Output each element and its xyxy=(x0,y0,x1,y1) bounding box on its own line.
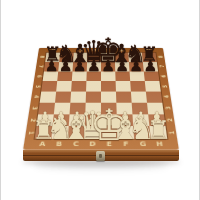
square-g8[interactable] xyxy=(128,53,143,62)
square-f5[interactable] xyxy=(116,81,131,91)
square-d5[interactable] xyxy=(86,81,101,91)
square-g4[interactable] xyxy=(131,92,147,103)
square-d3[interactable] xyxy=(85,102,101,114)
square-e1[interactable] xyxy=(101,126,118,139)
square-b2[interactable] xyxy=(53,114,70,126)
rank-label-right-5: 5 xyxy=(161,83,168,89)
square-b3[interactable] xyxy=(54,102,70,114)
square-a8[interactable] xyxy=(45,53,60,62)
square-f8[interactable] xyxy=(115,53,129,62)
square-h6[interactable] xyxy=(144,71,160,81)
square-g5[interactable] xyxy=(130,81,146,91)
square-f7[interactable] xyxy=(115,62,130,71)
square-d1[interactable] xyxy=(84,126,101,139)
square-h8[interactable] xyxy=(142,53,157,62)
square-b1[interactable] xyxy=(51,126,68,139)
square-d2[interactable] xyxy=(85,114,101,126)
file-label-h: H xyxy=(141,48,155,52)
square-b4[interactable] xyxy=(55,92,71,103)
square-f2[interactable] xyxy=(117,114,134,126)
square-e4[interactable] xyxy=(101,92,116,103)
square-g7[interactable] xyxy=(129,62,144,71)
rank-label-right-4: 4 xyxy=(163,94,170,101)
square-h7[interactable] xyxy=(143,62,158,71)
file-label-e: E xyxy=(101,141,118,148)
file-label-b: B xyxy=(60,48,74,52)
rank-label-left-6: 6 xyxy=(36,73,43,79)
file-label-e: E xyxy=(101,48,115,52)
square-e7[interactable] xyxy=(101,62,115,71)
file-label-c: C xyxy=(74,48,88,52)
square-d6[interactable] xyxy=(86,71,101,81)
square-d7[interactable] xyxy=(87,62,101,71)
rank-label-right-8: 8 xyxy=(157,54,163,60)
rank-label-left-8: 8 xyxy=(39,54,45,60)
square-h4[interactable] xyxy=(146,92,162,103)
square-h1[interactable] xyxy=(149,126,167,139)
square-b6[interactable] xyxy=(57,71,72,81)
square-f4[interactable] xyxy=(116,92,132,103)
square-c7[interactable] xyxy=(72,62,87,71)
rank-label-right-2: 2 xyxy=(166,116,173,123)
square-c8[interactable] xyxy=(73,53,87,62)
file-label-g: G xyxy=(134,141,151,148)
rank-label-left-5: 5 xyxy=(34,83,41,89)
rank-label-right-3: 3 xyxy=(164,105,171,112)
square-g1[interactable] xyxy=(133,126,150,139)
square-c2[interactable] xyxy=(69,114,86,126)
chessboard: ABCDEFGH ABCDEFGH 8877665544332211 xyxy=(23,48,179,150)
square-e2[interactable] xyxy=(101,114,117,126)
square-a7[interactable] xyxy=(44,62,59,71)
square-h5[interactable] xyxy=(145,81,161,91)
file-label-d: D xyxy=(87,48,101,52)
square-c6[interactable] xyxy=(72,71,87,81)
box-shadow-soft xyxy=(34,161,168,170)
square-c4[interactable] xyxy=(70,92,86,103)
square-h3[interactable] xyxy=(147,102,164,114)
square-a1[interactable] xyxy=(35,126,53,139)
photo-left-border-line xyxy=(0,0,1,200)
square-c1[interactable] xyxy=(68,126,85,139)
file-label-f: F xyxy=(114,48,128,52)
rank-label-right-6: 6 xyxy=(160,73,167,79)
square-g2[interactable] xyxy=(132,114,149,126)
square-d4[interactable] xyxy=(86,92,101,103)
square-b5[interactable] xyxy=(56,81,72,91)
rank-label-left-1: 1 xyxy=(27,129,35,137)
file-label-h: H xyxy=(151,141,169,148)
file-labels-front: ABCDEFGH xyxy=(33,139,168,150)
square-b8[interactable] xyxy=(59,53,74,62)
file-label-d: D xyxy=(84,141,101,148)
square-a3[interactable] xyxy=(38,102,55,114)
folding-box-front-panel xyxy=(23,150,179,161)
square-f3[interactable] xyxy=(116,102,132,114)
square-d8[interactable] xyxy=(87,53,101,62)
square-e5[interactable] xyxy=(101,81,116,91)
file-label-g: G xyxy=(128,48,142,52)
photo-right-border-line xyxy=(199,0,200,200)
square-a2[interactable] xyxy=(36,114,53,126)
rank-label-left-7: 7 xyxy=(37,63,43,69)
square-e6[interactable] xyxy=(101,71,116,81)
square-g6[interactable] xyxy=(130,71,145,81)
square-a5[interactable] xyxy=(41,81,57,91)
product-photo-stage: ABCDEFGH ABCDEFGH 8877665544332211 ♜♞♝♛♚… xyxy=(0,0,200,200)
file-label-b: B xyxy=(50,141,67,148)
file-label-a: A xyxy=(47,48,61,52)
rank-label-left-2: 2 xyxy=(29,116,36,123)
square-c3[interactable] xyxy=(70,102,86,114)
square-g3[interactable] xyxy=(132,102,148,114)
square-e8[interactable] xyxy=(101,53,115,62)
square-f1[interactable] xyxy=(117,126,134,139)
square-e3[interactable] xyxy=(101,102,117,114)
square-h2[interactable] xyxy=(148,114,165,126)
square-b7[interactable] xyxy=(58,62,73,71)
brass-clasp-icon xyxy=(96,151,105,161)
square-f6[interactable] xyxy=(115,71,130,81)
file-label-a: A xyxy=(34,141,52,148)
board-grid xyxy=(35,53,167,139)
square-a4[interactable] xyxy=(40,92,56,103)
file-label-f: F xyxy=(118,141,135,148)
rank-label-left-3: 3 xyxy=(31,105,38,112)
square-c5[interactable] xyxy=(71,81,86,91)
file-label-c: C xyxy=(67,141,84,148)
rank-label-left-4: 4 xyxy=(32,94,39,101)
rank-label-right-7: 7 xyxy=(158,63,164,69)
rank-label-right-1: 1 xyxy=(167,129,175,137)
square-a6[interactable] xyxy=(43,71,59,81)
